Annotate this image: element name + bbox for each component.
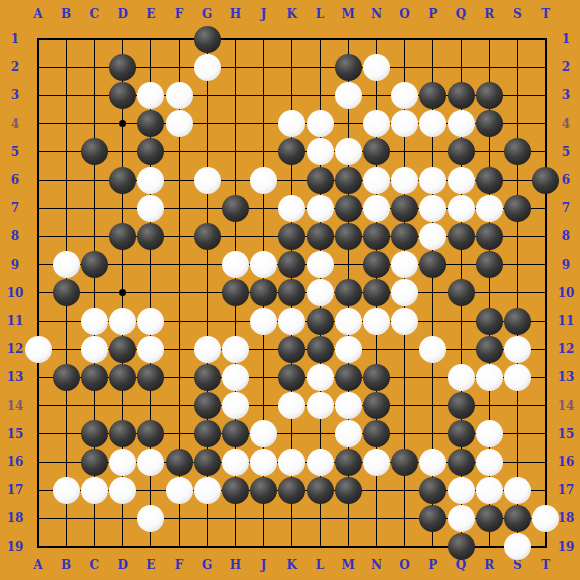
black-stone xyxy=(391,223,418,250)
white-stone xyxy=(307,251,334,278)
black-stone xyxy=(81,138,108,165)
col-label-top: S xyxy=(513,8,522,20)
white-stone xyxy=(363,110,390,137)
white-stone xyxy=(307,364,334,391)
black-stone xyxy=(335,167,362,194)
black-stone xyxy=(504,308,531,335)
black-stone xyxy=(363,392,390,419)
white-stone xyxy=(137,195,164,222)
white-stone xyxy=(194,477,221,504)
black-stone xyxy=(278,477,305,504)
black-stone xyxy=(335,449,362,476)
row-label-right: 5 xyxy=(562,146,570,158)
col-label-bottom: N xyxy=(371,559,382,571)
black-stone xyxy=(476,167,503,194)
row-label-left: 18 xyxy=(7,512,24,524)
row-label-left: 2 xyxy=(11,61,19,73)
row-label-left: 15 xyxy=(7,428,24,440)
white-stone xyxy=(222,251,249,278)
black-stone xyxy=(109,223,136,250)
black-stone xyxy=(137,223,164,250)
black-stone xyxy=(476,110,503,137)
black-stone xyxy=(476,505,503,532)
white-stone xyxy=(476,449,503,476)
row-label-left: 16 xyxy=(7,456,24,468)
white-stone xyxy=(278,308,305,335)
black-stone xyxy=(419,82,446,109)
white-stone xyxy=(307,195,334,222)
row-label-right: 14 xyxy=(558,400,575,412)
white-stone xyxy=(307,138,334,165)
white-stone xyxy=(532,505,559,532)
white-stone xyxy=(391,167,418,194)
white-stone xyxy=(250,449,277,476)
black-stone xyxy=(307,223,334,250)
row-label-right: 16 xyxy=(558,456,575,468)
white-stone xyxy=(391,251,418,278)
white-stone xyxy=(419,336,446,363)
white-stone xyxy=(448,110,475,137)
white-stone xyxy=(419,195,446,222)
white-stone xyxy=(419,449,446,476)
black-stone xyxy=(335,195,362,222)
col-label-top: J xyxy=(261,8,267,20)
white-stone xyxy=(137,82,164,109)
row-label-right: 10 xyxy=(558,287,575,299)
white-stone xyxy=(476,364,503,391)
white-stone xyxy=(419,223,446,250)
white-stone xyxy=(419,167,446,194)
white-stone xyxy=(363,195,390,222)
black-stone xyxy=(335,477,362,504)
black-stone xyxy=(81,420,108,447)
col-label-bottom: E xyxy=(146,559,155,571)
black-stone xyxy=(222,477,249,504)
black-stone xyxy=(194,392,221,419)
col-label-top: K xyxy=(287,8,297,20)
col-label-top: A xyxy=(33,8,42,20)
row-label-left: 5 xyxy=(11,146,19,158)
black-stone xyxy=(448,223,475,250)
col-label-bottom: T xyxy=(541,559,550,571)
col-label-bottom: Q xyxy=(456,559,466,571)
row-label-right: 15 xyxy=(558,428,575,440)
white-stone xyxy=(166,110,193,137)
col-label-bottom: B xyxy=(61,559,71,571)
white-stone xyxy=(476,420,503,447)
col-label-bottom: G xyxy=(202,559,212,571)
white-stone xyxy=(137,336,164,363)
black-stone xyxy=(335,279,362,306)
white-stone xyxy=(448,364,475,391)
white-stone xyxy=(222,449,249,476)
row-label-left: 19 xyxy=(7,541,24,553)
row-label-right: 2 xyxy=(562,61,570,73)
white-stone xyxy=(81,308,108,335)
white-stone xyxy=(109,308,136,335)
white-stone xyxy=(250,167,277,194)
white-stone xyxy=(137,505,164,532)
row-label-left: 17 xyxy=(7,484,24,496)
white-stone xyxy=(194,167,221,194)
col-label-top: L xyxy=(316,8,324,20)
black-stone xyxy=(307,308,334,335)
white-stone xyxy=(307,279,334,306)
white-stone xyxy=(504,533,531,560)
row-label-right: 4 xyxy=(562,118,570,130)
white-stone xyxy=(335,336,362,363)
black-stone xyxy=(476,223,503,250)
white-stone xyxy=(448,167,475,194)
black-stone xyxy=(307,477,334,504)
black-stone xyxy=(81,449,108,476)
row-label-right: 19 xyxy=(558,541,575,553)
col-label-bottom: O xyxy=(399,559,409,571)
white-stone xyxy=(222,392,249,419)
white-stone xyxy=(222,336,249,363)
black-stone xyxy=(335,223,362,250)
row-label-right: 7 xyxy=(562,202,570,214)
white-stone xyxy=(250,308,277,335)
row-label-right: 13 xyxy=(558,371,575,383)
row-label-left: 12 xyxy=(7,343,24,355)
col-label-top: E xyxy=(146,8,155,20)
black-stone xyxy=(109,167,136,194)
black-stone xyxy=(278,223,305,250)
white-stone xyxy=(335,420,362,447)
black-stone xyxy=(53,364,80,391)
white-stone xyxy=(137,308,164,335)
row-label-left: 13 xyxy=(7,371,24,383)
black-stone xyxy=(250,477,277,504)
black-stone xyxy=(307,167,334,194)
black-stone xyxy=(476,336,503,363)
white-stone xyxy=(504,477,531,504)
row-label-right: 18 xyxy=(558,512,575,524)
col-label-top: D xyxy=(117,8,127,20)
black-stone xyxy=(194,364,221,391)
black-stone xyxy=(278,364,305,391)
row-label-left: 11 xyxy=(7,315,24,327)
black-stone xyxy=(448,82,475,109)
black-stone xyxy=(194,420,221,447)
col-label-bottom: H xyxy=(230,559,241,571)
col-label-top: M xyxy=(342,8,355,20)
black-stone xyxy=(532,167,559,194)
white-stone xyxy=(335,392,362,419)
black-stone xyxy=(504,195,531,222)
white-stone xyxy=(307,449,334,476)
black-stone xyxy=(109,336,136,363)
black-stone xyxy=(53,279,80,306)
white-stone xyxy=(53,477,80,504)
row-label-right: 6 xyxy=(562,174,570,186)
col-label-top: N xyxy=(371,8,382,20)
black-stone xyxy=(194,449,221,476)
black-stone xyxy=(363,223,390,250)
row-label-left: 3 xyxy=(11,89,19,101)
white-stone xyxy=(81,336,108,363)
row-label-right: 8 xyxy=(562,230,570,242)
black-stone xyxy=(307,336,334,363)
col-label-top: R xyxy=(484,8,494,20)
white-stone xyxy=(194,336,221,363)
white-stone xyxy=(504,336,531,363)
white-stone xyxy=(109,477,136,504)
black-stone xyxy=(391,195,418,222)
col-label-bottom: M xyxy=(342,559,355,571)
white-stone xyxy=(194,54,221,81)
white-stone xyxy=(363,308,390,335)
white-stone xyxy=(391,82,418,109)
black-stone xyxy=(419,477,446,504)
black-stone xyxy=(137,364,164,391)
row-label-right: 17 xyxy=(558,484,575,496)
col-label-bottom: S xyxy=(513,559,522,571)
white-stone xyxy=(137,449,164,476)
white-stone xyxy=(504,364,531,391)
black-stone xyxy=(504,505,531,532)
col-label-top: G xyxy=(202,8,212,20)
white-stone xyxy=(307,392,334,419)
black-stone xyxy=(363,138,390,165)
black-stone xyxy=(363,364,390,391)
col-label-top: B xyxy=(61,8,71,20)
white-stone xyxy=(448,505,475,532)
col-label-top: Q xyxy=(456,8,466,20)
black-stone xyxy=(194,223,221,250)
white-stone xyxy=(137,167,164,194)
col-label-bottom: A xyxy=(33,559,42,571)
row-label-left: 10 xyxy=(7,287,24,299)
white-stone xyxy=(476,477,503,504)
white-stone xyxy=(222,364,249,391)
black-stone xyxy=(278,336,305,363)
black-stone xyxy=(194,26,221,53)
col-label-bottom: P xyxy=(428,559,437,571)
white-stone xyxy=(250,251,277,278)
col-label-top: P xyxy=(428,8,437,20)
row-label-right: 1 xyxy=(562,33,570,45)
col-label-bottom: C xyxy=(90,559,100,571)
black-stone xyxy=(81,251,108,278)
col-label-top: F xyxy=(175,8,184,20)
black-stone xyxy=(222,420,249,447)
row-label-left: 4 xyxy=(11,118,19,130)
black-stone xyxy=(419,505,446,532)
row-label-right: 11 xyxy=(558,315,575,327)
white-stone xyxy=(335,138,362,165)
white-stone xyxy=(278,449,305,476)
black-stone xyxy=(109,364,136,391)
row-label-right: 12 xyxy=(558,343,575,355)
black-stone xyxy=(391,449,418,476)
row-label-left: 14 xyxy=(7,400,24,412)
col-label-bottom: F xyxy=(175,559,184,571)
white-stone xyxy=(166,82,193,109)
white-stone xyxy=(448,195,475,222)
black-stone xyxy=(363,420,390,447)
black-stone xyxy=(476,308,503,335)
black-stone xyxy=(109,54,136,81)
black-stone xyxy=(504,138,531,165)
black-stone xyxy=(363,279,390,306)
row-label-left: 8 xyxy=(11,230,19,242)
black-stone xyxy=(448,420,475,447)
white-stone xyxy=(81,477,108,504)
white-stone xyxy=(25,336,52,363)
white-stone xyxy=(278,195,305,222)
col-label-bottom: K xyxy=(287,559,297,571)
white-stone xyxy=(363,167,390,194)
white-stone xyxy=(166,477,193,504)
black-stone xyxy=(222,195,249,222)
black-stone xyxy=(448,449,475,476)
white-stone xyxy=(448,477,475,504)
col-label-top: T xyxy=(541,8,550,20)
black-stone xyxy=(448,279,475,306)
white-stone xyxy=(476,195,503,222)
row-label-left: 1 xyxy=(11,33,19,45)
white-stone xyxy=(363,449,390,476)
black-stone xyxy=(335,364,362,391)
col-label-bottom: R xyxy=(484,559,494,571)
go-board[interactable]: AA11BB22CC33DD44EE55FF66GG77HH88JJ99KK10… xyxy=(0,0,580,580)
row-label-right: 9 xyxy=(562,259,570,271)
black-stone xyxy=(448,138,475,165)
row-label-left: 6 xyxy=(11,174,19,186)
black-stone xyxy=(222,279,249,306)
white-stone xyxy=(391,308,418,335)
white-stone xyxy=(109,449,136,476)
black-stone xyxy=(476,82,503,109)
white-stone xyxy=(307,110,334,137)
row-label-left: 9 xyxy=(11,259,19,271)
col-label-bottom: L xyxy=(316,559,324,571)
black-stone xyxy=(448,392,475,419)
white-stone xyxy=(363,54,390,81)
black-stone xyxy=(109,82,136,109)
col-label-bottom: D xyxy=(117,559,127,571)
black-stone xyxy=(166,449,193,476)
col-label-bottom: J xyxy=(261,559,267,571)
black-stone xyxy=(448,533,475,560)
col-label-top: O xyxy=(399,8,409,20)
white-stone xyxy=(335,308,362,335)
row-label-left: 7 xyxy=(11,202,19,214)
black-stone xyxy=(335,54,362,81)
row-label-right: 3 xyxy=(562,89,570,101)
col-label-top: H xyxy=(230,8,241,20)
black-stone xyxy=(476,251,503,278)
white-stone xyxy=(53,251,80,278)
white-stone xyxy=(391,110,418,137)
white-stone xyxy=(335,82,362,109)
black-stone xyxy=(81,364,108,391)
col-label-top: C xyxy=(90,8,100,20)
black-stone xyxy=(363,251,390,278)
